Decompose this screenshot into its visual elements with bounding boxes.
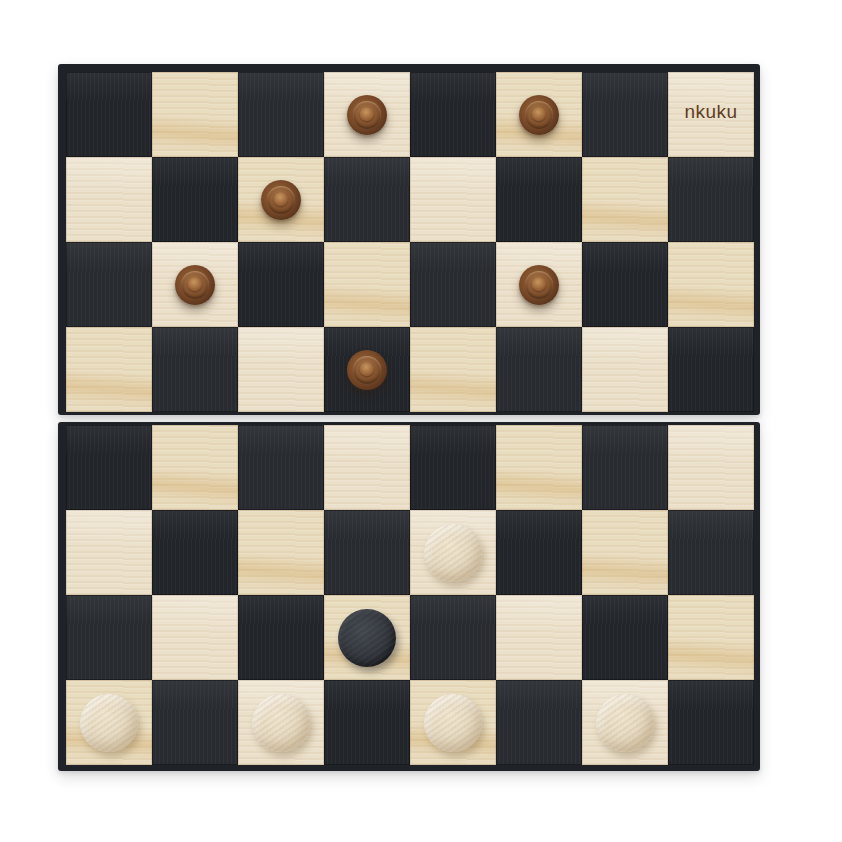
square-d3[interactable]: [324, 510, 410, 595]
square-f8[interactable]: [496, 72, 582, 157]
square-h1[interactable]: [668, 680, 754, 765]
board-top-half: nkuku: [58, 64, 760, 415]
board-grid-top: nkuku: [66, 72, 754, 412]
square-g5[interactable]: [582, 327, 668, 412]
square-f2[interactable]: [496, 595, 582, 680]
square-f4[interactable]: [496, 425, 582, 510]
square-c7[interactable]: [238, 157, 324, 242]
square-d6[interactable]: [324, 242, 410, 327]
light-disc-g1[interactable]: [596, 694, 654, 752]
square-a8[interactable]: [66, 72, 152, 157]
square-d8[interactable]: [324, 72, 410, 157]
square-h8[interactable]: nkuku: [668, 72, 754, 157]
square-a7[interactable]: [66, 157, 152, 242]
square-d2[interactable]: [324, 595, 410, 680]
square-e6[interactable]: [410, 242, 496, 327]
square-b1[interactable]: [152, 680, 238, 765]
square-e5[interactable]: [410, 327, 496, 412]
square-h2[interactable]: [668, 595, 754, 680]
square-a6[interactable]: [66, 242, 152, 327]
square-c1[interactable]: [238, 680, 324, 765]
square-g4[interactable]: [582, 425, 668, 510]
square-h4[interactable]: [668, 425, 754, 510]
square-e8[interactable]: [410, 72, 496, 157]
square-h3[interactable]: [668, 510, 754, 595]
square-g2[interactable]: [582, 595, 668, 680]
square-f7[interactable]: [496, 157, 582, 242]
square-d4[interactable]: [324, 425, 410, 510]
square-e3[interactable]: [410, 510, 496, 595]
light-disc-e1[interactable]: [424, 694, 482, 752]
brown-pawn-d5[interactable]: [347, 350, 387, 390]
square-h5[interactable]: [668, 327, 754, 412]
square-e1[interactable]: [410, 680, 496, 765]
square-e4[interactable]: [410, 425, 496, 510]
square-d5[interactable]: [324, 327, 410, 412]
dark-disc-d2[interactable]: [338, 609, 396, 667]
square-c5[interactable]: [238, 327, 324, 412]
square-c4[interactable]: [238, 425, 324, 510]
brown-pawn-b6[interactable]: [175, 265, 215, 305]
square-h7[interactable]: [668, 157, 754, 242]
square-a1[interactable]: [66, 680, 152, 765]
square-b2[interactable]: [152, 595, 238, 680]
light-disc-a1[interactable]: [80, 694, 138, 752]
square-b7[interactable]: [152, 157, 238, 242]
square-b5[interactable]: [152, 327, 238, 412]
square-e7[interactable]: [410, 157, 496, 242]
square-b6[interactable]: [152, 242, 238, 327]
square-f3[interactable]: [496, 510, 582, 595]
brown-pawn-f8[interactable]: [519, 95, 559, 135]
square-f6[interactable]: [496, 242, 582, 327]
square-h6[interactable]: [668, 242, 754, 327]
light-disc-c1[interactable]: [252, 694, 310, 752]
square-d7[interactable]: [324, 157, 410, 242]
square-c3[interactable]: [238, 510, 324, 595]
square-f1[interactable]: [496, 680, 582, 765]
square-b3[interactable]: [152, 510, 238, 595]
square-g3[interactable]: [582, 510, 668, 595]
board-bottom-half: [58, 422, 760, 771]
square-b4[interactable]: [152, 425, 238, 510]
square-g8[interactable]: [582, 72, 668, 157]
square-d1[interactable]: [324, 680, 410, 765]
board-grid-bottom: [66, 425, 754, 765]
square-g6[interactable]: [582, 242, 668, 327]
brown-pawn-d8[interactable]: [347, 95, 387, 135]
square-c2[interactable]: [238, 595, 324, 680]
game-board: nkuku: [58, 64, 760, 771]
square-b8[interactable]: [152, 72, 238, 157]
square-c6[interactable]: [238, 242, 324, 327]
brown-pawn-c7[interactable]: [261, 180, 301, 220]
square-f5[interactable]: [496, 327, 582, 412]
square-e2[interactable]: [410, 595, 496, 680]
square-a5[interactable]: [66, 327, 152, 412]
square-g7[interactable]: [582, 157, 668, 242]
square-a2[interactable]: [66, 595, 152, 680]
square-a4[interactable]: [66, 425, 152, 510]
brand-label: nkuku: [668, 101, 754, 123]
square-c8[interactable]: [238, 72, 324, 157]
square-a3[interactable]: [66, 510, 152, 595]
light-disc-e3[interactable]: [424, 524, 482, 582]
brown-pawn-f6[interactable]: [519, 265, 559, 305]
square-g1[interactable]: [582, 680, 668, 765]
